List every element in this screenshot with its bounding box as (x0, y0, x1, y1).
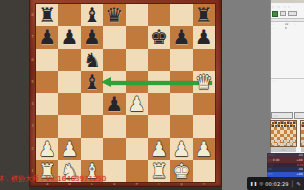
piece-black-pawn-d4[interactable]: ♟ (105, 93, 123, 115)
piece-black-king-f7[interactable]: ♚ (150, 26, 168, 48)
square-d3[interactable] (103, 115, 125, 137)
square-g1[interactable]: ♚ (170, 160, 192, 182)
engine-line-eval: +88 (297, 159, 303, 161)
piece-black-knight-c6[interactable]: ♞ (83, 49, 101, 71)
piece-black-bishop-c8[interactable]: ♝ (83, 4, 101, 26)
danmaku-edit-icon[interactable]: ✎ (296, 181, 301, 187)
square-d2[interactable] (103, 138, 125, 160)
square-c8[interactable]: ♝ (81, 4, 103, 26)
square-g4[interactable] (170, 93, 192, 115)
column-header: ·· (271, 20, 277, 21)
square-d4[interactable]: ♟ (103, 93, 125, 115)
square-g2[interactable]: ♟ (170, 138, 192, 160)
piece-white-pawn-g2[interactable]: ♟ (172, 138, 190, 160)
engine-line-text: ····· (268, 173, 273, 175)
engine-line-eval: -88 (298, 154, 303, 156)
rank-label: 6 (30, 49, 35, 71)
piece-white-queen-h5[interactable]: ♛ (195, 71, 213, 93)
square-c5[interactable]: ♝ (81, 71, 103, 93)
watermark-text: 林．棋协大师．Vx:16463971250 (0, 174, 106, 184)
square-h1[interactable] (193, 160, 215, 182)
column-header: ··· (285, 20, 289, 21)
rank-label: 7 (30, 26, 35, 48)
square-f3[interactable] (148, 115, 170, 137)
square-c3[interactable] (81, 115, 103, 137)
square-b4[interactable] (58, 93, 80, 115)
analysis-cell: ···· (271, 23, 277, 25)
square-e7[interactable] (126, 26, 148, 48)
engine-icon[interactable] (272, 11, 278, 17)
move-arrow-head (101, 77, 111, 87)
video-frame: 87654321 abcdefgh ♜♝♛♜♟♟♟♚♟♟♞♝♛♟♟♟♟♟♟♟♜♞… (0, 0, 304, 190)
panel-menubar[interactable]: ········· (272, 3, 304, 9)
square-b3[interactable] (58, 115, 80, 137)
rank-label: 2 (30, 138, 35, 160)
square-h3[interactable] (193, 115, 215, 137)
analysis-cell (294, 31, 298, 33)
piece-white-pawn-h2[interactable]: ♟ (195, 138, 213, 160)
square-a7[interactable]: ♟ (36, 26, 58, 48)
square-f4[interactable] (148, 93, 170, 115)
analysis-row[interactable]: ·· (271, 30, 304, 34)
analysis-cell: 22 (285, 23, 289, 25)
chess-board[interactable]: ♜♝♛♜♟♟♟♚♟♟♞♝♛♟♟♟♟♟♟♟♜♞♝♜♚ (36, 4, 215, 182)
analysis-cell: ··· (294, 23, 298, 25)
piece-white-pawn-b2[interactable]: ♟ (61, 138, 79, 160)
square-b7[interactable]: ♟ (58, 26, 80, 48)
analysis-cell (294, 27, 298, 29)
square-h5[interactable]: ♛ (193, 71, 215, 93)
piece-black-pawn-b7[interactable]: ♟ (61, 26, 79, 48)
engine-eval-rows: ·······-88···· 0.00+88······0.00····-88·… (267, 153, 304, 177)
analysis-cell: ··· (271, 27, 277, 29)
square-g8[interactable] (170, 4, 192, 26)
square-c4[interactable] (81, 93, 103, 115)
panel-tab[interactable]: ··· (294, 112, 304, 119)
square-a6[interactable] (36, 49, 58, 71)
square-d7[interactable] (103, 26, 125, 48)
square-h4[interactable] (193, 93, 215, 115)
game-thumbnail-board[interactable] (301, 121, 304, 146)
square-d1[interactable] (103, 160, 125, 182)
square-e1[interactable] (126, 160, 148, 182)
square-e3[interactable] (126, 115, 148, 137)
video-controls-bar: ❚❚ ◎ 00:02:29 │ ✎ (247, 177, 304, 190)
square-e2[interactable] (126, 138, 148, 160)
square-b6[interactable] (58, 49, 80, 71)
square-a2[interactable]: ♟ (36, 138, 58, 160)
rank-coordinates: 87654321 (30, 4, 35, 182)
piece-black-pawn-a7[interactable]: ♟ (38, 26, 56, 48)
rank-label: 8 (30, 4, 35, 26)
piece-black-pawn-h7[interactable]: ♟ (195, 26, 213, 48)
piece-white-pawn-a2[interactable]: ♟ (38, 138, 56, 160)
rank-label: 4 (30, 93, 35, 115)
square-f1[interactable]: ♜ (148, 160, 170, 182)
analysis-cell: 8 (285, 27, 289, 29)
piece-white-rook-f1[interactable]: ♜ (150, 160, 168, 182)
square-e8[interactable] (126, 4, 148, 26)
square-a8[interactable]: ♜ (36, 4, 58, 26)
analysis-cell: ·· (271, 31, 277, 33)
square-h7[interactable]: ♟ (193, 26, 215, 48)
engine-line-text: ···· (268, 169, 272, 171)
square-b8[interactable] (58, 4, 80, 26)
playback-time: 00:02:29 (265, 181, 288, 187)
square-b2[interactable]: ♟ (58, 138, 80, 160)
square-a4[interactable] (36, 93, 58, 115)
square-g3[interactable] (170, 115, 192, 137)
left-background-strip (0, 0, 29, 190)
square-b5[interactable] (58, 71, 80, 93)
square-g6[interactable] (170, 49, 192, 71)
pause-icon[interactable]: ❚❚ (250, 181, 257, 186)
engine-line-eval: -88 (298, 169, 303, 171)
piece-black-bishop-c5[interactable]: ♝ (83, 71, 101, 93)
thumb-white-piece (293, 143, 295, 145)
menu-item[interactable]: ·· (284, 4, 286, 8)
square-a3[interactable] (36, 115, 58, 137)
piece-black-pawn-g7[interactable]: ♟ (172, 26, 190, 48)
panel-toolbar (272, 10, 304, 17)
square-e6[interactable] (126, 49, 148, 71)
rank-label: 5 (30, 71, 35, 93)
square-f7[interactable]: ♚ (148, 26, 170, 48)
square-e4[interactable]: ♟ (126, 93, 148, 115)
square-d6[interactable] (103, 49, 125, 71)
square-h2[interactable]: ♟ (193, 138, 215, 160)
loop-icon[interactable]: ◎ (259, 181, 263, 186)
piece-black-pawn-c7[interactable]: ♟ (83, 26, 101, 48)
piece-white-pawn-e4[interactable]: ♟ (128, 93, 146, 115)
square-f8[interactable] (148, 4, 170, 26)
piece-black-rook-a8[interactable]: ♜ (38, 4, 56, 26)
square-a5[interactable] (36, 71, 58, 93)
analysis-cell (285, 31, 289, 33)
square-c7[interactable]: ♟ (81, 26, 103, 48)
piece-white-king-g1[interactable]: ♚ (172, 160, 190, 182)
square-h8[interactable]: ♜ (193, 4, 215, 26)
thumbnail-label: ····· (301, 147, 304, 152)
panel-section-label: ···· (272, 79, 276, 83)
engine-line-eval: 0.00 (296, 164, 303, 166)
toolbar-button[interactable] (280, 11, 286, 16)
menu-item[interactable]: ·· (272, 4, 274, 8)
game-thumbnail-board[interactable] (271, 121, 296, 146)
engine-line-text: ······· (268, 154, 275, 156)
square-d8[interactable]: ♛ (103, 4, 125, 26)
toolbar-button[interactable] (288, 11, 297, 16)
square-c2[interactable] (81, 138, 103, 160)
engine-line-text: ······ (268, 164, 274, 166)
thumbnail-label: ····· (271, 147, 296, 152)
panel-tab[interactable]: ····· (271, 112, 293, 119)
menu-item[interactable]: ··· (277, 4, 280, 8)
square-g7[interactable]: ♟ (170, 26, 192, 48)
controls-separator: │ (291, 180, 295, 187)
menu-item[interactable]: ·· (288, 4, 290, 8)
thumb-square (293, 143, 296, 146)
engine-line-text: ···· 0.00 (268, 159, 279, 161)
engine-line-eval: +88 (297, 173, 303, 175)
piece-black-queen-d8[interactable]: ♛ (105, 4, 123, 26)
piece-white-pawn-f2[interactable]: ♟ (150, 138, 168, 160)
square-f2[interactable]: ♟ (148, 138, 170, 160)
square-f6[interactable] (148, 49, 170, 71)
column-header: ·· (294, 20, 298, 21)
rank-label: 3 (30, 115, 35, 137)
square-c6[interactable]: ♞ (81, 49, 103, 71)
panel-tabs[interactable]: ········ (271, 112, 304, 119)
square-h6[interactable] (193, 49, 215, 71)
piece-black-rook-h8[interactable]: ♜ (195, 4, 213, 26)
